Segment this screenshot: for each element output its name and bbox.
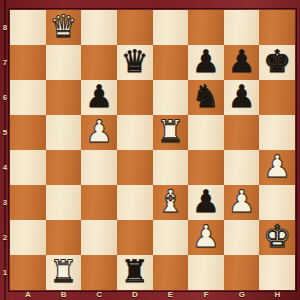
square-c3[interactable] (81, 185, 117, 220)
rank-label-5: 5 (0, 115, 10, 150)
square-g7[interactable]: ♟ (224, 45, 260, 80)
rank-label-8: 8 (0, 10, 10, 45)
square-g6[interactable]: ♟ (224, 80, 260, 115)
square-f1[interactable] (188, 255, 224, 290)
square-e4[interactable] (153, 150, 189, 185)
square-f6[interactable]: ♞ (188, 80, 224, 115)
black-pawn-f7[interactable]: ♟ (192, 46, 220, 77)
square-e6[interactable] (153, 80, 189, 115)
square-a7[interactable] (10, 45, 46, 80)
square-g2[interactable] (224, 220, 260, 255)
square-d1[interactable]: ♜ (117, 255, 153, 290)
black-pawn-c6[interactable]: ♟ (85, 81, 113, 112)
square-e2[interactable] (153, 220, 189, 255)
rank-label-2: 2 (0, 220, 10, 255)
square-b7[interactable] (46, 45, 82, 80)
square-a2[interactable] (10, 220, 46, 255)
file-label-c: C (81, 289, 117, 300)
square-f2[interactable]: ♟ (188, 220, 224, 255)
rank-label-1: 1 (0, 255, 10, 290)
square-b8[interactable]: ♛ (46, 10, 82, 45)
square-g5[interactable] (224, 115, 260, 150)
square-h3[interactable] (259, 185, 295, 220)
white-pawn-f2[interactable]: ♟ (192, 221, 220, 252)
square-c2[interactable] (81, 220, 117, 255)
square-d4[interactable] (117, 150, 153, 185)
black-queen-d7[interactable]: ♛ (121, 46, 149, 77)
square-a5[interactable] (10, 115, 46, 150)
square-d2[interactable] (117, 220, 153, 255)
square-c7[interactable] (81, 45, 117, 80)
file-label-a: A (10, 289, 46, 300)
square-d8[interactable] (117, 10, 153, 45)
rank-label-7: 7 (0, 45, 10, 80)
square-h1[interactable] (259, 255, 295, 290)
file-label-f: F (188, 289, 224, 300)
file-label-g: G (224, 289, 260, 300)
square-a3[interactable] (10, 185, 46, 220)
square-a8[interactable] (10, 10, 46, 45)
square-f7[interactable]: ♟ (188, 45, 224, 80)
square-a1[interactable] (10, 255, 46, 290)
square-c5[interactable]: ♟ (81, 115, 117, 150)
square-d6[interactable] (117, 80, 153, 115)
square-c4[interactable] (81, 150, 117, 185)
square-e5[interactable]: ♜ (153, 115, 189, 150)
square-e1[interactable] (153, 255, 189, 290)
square-d3[interactable] (117, 185, 153, 220)
black-rook-d1[interactable]: ♜ (121, 256, 149, 287)
square-h5[interactable] (259, 115, 295, 150)
black-pawn-g7[interactable]: ♟ (228, 46, 256, 77)
square-h8[interactable] (259, 10, 295, 45)
square-b6[interactable] (46, 80, 82, 115)
rank-label-3: 3 (0, 185, 10, 220)
square-e3[interactable]: ♝ (153, 185, 189, 220)
file-label-b: B (46, 289, 82, 300)
square-f4[interactable] (188, 150, 224, 185)
white-king-h2[interactable]: ♚ (263, 221, 291, 252)
square-g8[interactable] (224, 10, 260, 45)
white-pawn-g3[interactable]: ♟ (228, 186, 256, 217)
square-e8[interactable] (153, 10, 189, 45)
square-g4[interactable] (224, 150, 260, 185)
square-c6[interactable]: ♟ (81, 80, 117, 115)
file-label-d: D (117, 289, 153, 300)
square-e7[interactable] (153, 45, 189, 80)
white-pawn-h4[interactable]: ♟ (263, 151, 291, 182)
file-label-e: E (153, 289, 189, 300)
chess-board: ♛♛♟♟♚♟♞♟♟♜♟♝♟♟♟♚♜♜ (10, 10, 295, 290)
square-b4[interactable] (46, 150, 82, 185)
square-g3[interactable]: ♟ (224, 185, 260, 220)
square-a4[interactable] (10, 150, 46, 185)
black-pawn-f3[interactable]: ♟ (192, 186, 220, 217)
square-g1[interactable] (224, 255, 260, 290)
white-bishop-e3[interactable]: ♝ (156, 186, 184, 217)
square-f5[interactable] (188, 115, 224, 150)
square-d5[interactable] (117, 115, 153, 150)
black-knight-f6[interactable]: ♞ (192, 81, 220, 112)
white-rook-b1[interactable]: ♜ (50, 256, 78, 287)
square-c1[interactable] (81, 255, 117, 290)
square-f3[interactable]: ♟ (188, 185, 224, 220)
chess-board-frame: ♛♛♟♟♚♟♞♟♟♜♟♝♟♟♟♚♜♜ 87654321 ABCDEFGH (0, 0, 300, 300)
square-h4[interactable]: ♟ (259, 150, 295, 185)
square-c8[interactable] (81, 10, 117, 45)
rank-label-4: 4 (0, 150, 10, 185)
black-pawn-g6[interactable]: ♟ (228, 81, 256, 112)
file-label-h: H (259, 289, 295, 300)
square-h6[interactable] (259, 80, 295, 115)
square-h7[interactable]: ♚ (259, 45, 295, 80)
square-a6[interactable] (10, 80, 46, 115)
white-pawn-c5[interactable]: ♟ (85, 116, 113, 147)
white-queen-b8[interactable]: ♛ (50, 11, 78, 42)
square-b2[interactable] (46, 220, 82, 255)
square-b1[interactable]: ♜ (46, 255, 82, 290)
white-rook-e5[interactable]: ♜ (156, 116, 184, 147)
square-d7[interactable]: ♛ (117, 45, 153, 80)
black-king-h7[interactable]: ♚ (263, 46, 291, 77)
square-b3[interactable] (46, 185, 82, 220)
rank-label-6: 6 (0, 80, 10, 115)
square-h2[interactable]: ♚ (259, 220, 295, 255)
square-b5[interactable] (46, 115, 82, 150)
square-f8[interactable] (188, 10, 224, 45)
